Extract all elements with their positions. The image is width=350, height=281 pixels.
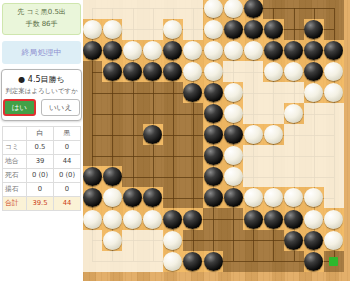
white-territory-point[interactable]: [223, 61, 243, 82]
white-territory-point[interactable]: [284, 166, 304, 187]
yes-button[interactable]: はい: [3, 99, 36, 116]
black-stone[interactable]: [244, 210, 263, 229]
white-territory-point[interactable]: [102, 251, 122, 272]
black-stone[interactable]: [224, 188, 243, 207]
score-header-row: 白黒: [3, 126, 81, 140]
black-stone[interactable]: [123, 62, 142, 81]
white-territory-point[interactable]: [122, 19, 142, 40]
white-stone[interactable]: [324, 210, 343, 229]
black-stone[interactable]: [284, 210, 303, 229]
white-territory-point[interactable]: [183, 19, 203, 40]
black-territory-point[interactable]: [223, 251, 243, 272]
white-stone[interactable]: [244, 41, 263, 60]
black-territory-point[interactable]: [183, 103, 203, 124]
white-stone[interactable]: [143, 41, 162, 60]
black-stone[interactable]: [204, 252, 223, 271]
black-territory-point[interactable]: [183, 187, 203, 208]
white-territory-point[interactable]: [263, 82, 283, 103]
score-row-地合: 地合3944: [3, 154, 81, 168]
black-stone[interactable]: [284, 41, 303, 60]
black-territory-point[interactable]: [163, 82, 183, 103]
white-stone[interactable]: [284, 62, 303, 81]
black-territory-point[interactable]: [163, 145, 183, 166]
black-territory-point[interactable]: [83, 82, 102, 103]
black-territory-point[interactable]: [284, 0, 304, 19]
black-stone[interactable]: [183, 252, 202, 271]
white-territory-point[interactable]: [143, 251, 163, 272]
black-territory-point[interactable]: [183, 166, 203, 187]
white-territory-point[interactable]: [284, 124, 304, 145]
black-territory-point[interactable]: [83, 124, 102, 145]
left-panel: 先 コミ黒0.5出 手数 86手 終局処理中 ● 4.5目勝ち 判定案はよろしい…: [0, 0, 83, 281]
black-territory-point[interactable]: [143, 103, 163, 124]
white-territory-point[interactable]: [183, 0, 203, 19]
white-territory-point[interactable]: [284, 145, 304, 166]
white-territory-point[interactable]: [263, 166, 283, 187]
black-territory-point[interactable]: [183, 230, 203, 251]
black-territory-point[interactable]: [83, 103, 102, 124]
white-territory-point[interactable]: [304, 103, 324, 124]
black-territory-point[interactable]: [183, 145, 203, 166]
black-territory-point[interactable]: [102, 145, 122, 166]
white-territory-point[interactable]: [83, 0, 102, 19]
black-territory-point[interactable]: [223, 208, 243, 229]
black-territory-point[interactable]: [284, 251, 304, 272]
black-stone[interactable]: [304, 20, 323, 39]
white-territory-point[interactable]: [122, 230, 142, 251]
black-territory-point[interactable]: [163, 103, 183, 124]
black-territory-point[interactable]: [324, 0, 344, 19]
endgame-status-label: 終局処理中: [22, 48, 62, 57]
black-territory-point[interactable]: [143, 145, 163, 166]
white-stone[interactable]: [204, 62, 223, 81]
black-territory-point[interactable]: [203, 230, 223, 251]
black-territory-point[interactable]: [143, 82, 163, 103]
score-black-value: 0: [54, 182, 81, 196]
white-stone[interactable]: [204, 20, 223, 39]
judgment-dialog: ● 4.5目勝ち 判定案はよろしいですか はい いいえ: [1, 69, 82, 121]
score-white-value: 39: [27, 154, 54, 168]
score-white-value: 39.5: [27, 196, 54, 210]
black-territory-point[interactable]: [284, 19, 304, 40]
black-stone[interactable]: [224, 20, 243, 39]
white-territory-point[interactable]: [83, 251, 102, 272]
white-stone[interactable]: [264, 62, 283, 81]
white-stone[interactable]: [83, 210, 102, 229]
black-territory-point[interactable]: [263, 230, 283, 251]
white-territory-point[interactable]: [163, 0, 183, 19]
black-territory-point[interactable]: [102, 124, 122, 145]
white-stone[interactable]: [224, 83, 243, 102]
result-line: ● 4.5目勝ち: [2, 74, 81, 85]
black-territory-point[interactable]: [102, 103, 122, 124]
black-stone[interactable]: [204, 83, 223, 102]
score-col-header: 白: [27, 126, 54, 140]
white-stone[interactable]: [103, 210, 122, 229]
white-territory-point[interactable]: [324, 124, 344, 145]
white-territory-point[interactable]: [243, 103, 263, 124]
black-stone[interactable]: [284, 231, 303, 250]
white-territory-point[interactable]: [243, 166, 263, 187]
black-stone[interactable]: [244, 20, 263, 39]
white-territory-point[interactable]: [143, 19, 163, 40]
endgame-status-button[interactable]: 終局処理中: [2, 41, 81, 64]
white-territory-point[interactable]: [102, 0, 122, 19]
score-table: 白黒コミ0.50地合3944死石0 (0)0 (0)揚石00合計39.544: [2, 126, 81, 211]
black-stone[interactable]: [264, 20, 283, 39]
score-row-label: 地合: [3, 154, 27, 168]
last-move-marker: [329, 257, 338, 266]
score-white-value: 0: [27, 182, 54, 196]
black-stone[interactable]: [264, 210, 283, 229]
score-white-value: 0 (0): [27, 168, 54, 182]
black-territory-point[interactable]: [143, 166, 163, 187]
white-stone[interactable]: [83, 20, 102, 39]
dialog-buttons: はい いいえ: [2, 99, 81, 116]
score-white-value: 0.5: [27, 140, 54, 154]
white-territory-point[interactable]: [243, 145, 263, 166]
white-territory-point[interactable]: [324, 103, 344, 124]
black-stone[interactable]: [103, 41, 122, 60]
score-corner: [3, 126, 27, 140]
black-stone[interactable]: [204, 188, 223, 207]
white-territory-point[interactable]: [263, 145, 283, 166]
white-stone[interactable]: [204, 41, 223, 60]
black-stone[interactable]: [103, 62, 122, 81]
go-board[interactable]: [83, 0, 350, 281]
white-stone[interactable]: [123, 41, 142, 60]
white-stone[interactable]: [163, 231, 182, 250]
black-stone[interactable]: [304, 231, 323, 250]
white-stone[interactable]: [224, 146, 243, 165]
black-stone[interactable]: [183, 210, 202, 229]
white-stone[interactable]: [103, 20, 122, 39]
white-stone[interactable]: [304, 210, 323, 229]
black-territory-point[interactable]: [263, 251, 283, 272]
black-stone[interactable]: [163, 210, 182, 229]
black-territory-point[interactable]: [163, 166, 183, 187]
black-territory-point[interactable]: [304, 0, 324, 19]
white-territory-point[interactable]: [143, 230, 163, 251]
result-text: 4.5目勝ち: [25, 75, 64, 84]
white-territory-point[interactable]: [122, 251, 142, 272]
white-territory-point[interactable]: [324, 145, 344, 166]
score-col-header: 黒: [54, 126, 81, 140]
move-count-label: 手数 86手: [4, 19, 79, 31]
game-info-box: 先 コミ黒0.5出 手数 86手: [2, 3, 81, 35]
score-black-value: 44: [54, 154, 81, 168]
score-black-value: 0 (0): [54, 168, 81, 182]
score-row-合計: 合計39.544: [3, 196, 81, 210]
black-territory-point[interactable]: [163, 124, 183, 145]
white-territory-point[interactable]: [122, 0, 142, 19]
black-territory-point[interactable]: [163, 187, 183, 208]
black-territory-point[interactable]: [243, 230, 263, 251]
white-stone[interactable]: [143, 210, 162, 229]
black-territory-point[interactable]: [263, 0, 283, 19]
white-territory-point[interactable]: [304, 166, 324, 187]
score-row-死石: 死石0 (0)0 (0): [3, 168, 81, 182]
white-stone[interactable]: [244, 125, 263, 144]
white-territory-point[interactable]: [243, 61, 263, 82]
black-territory-point[interactable]: [122, 103, 142, 124]
black-territory-point[interactable]: [183, 124, 203, 145]
white-stone[interactable]: [224, 0, 243, 18]
white-stone[interactable]: [103, 231, 122, 250]
white-stone[interactable]: [204, 0, 223, 18]
black-territory-point[interactable]: [243, 251, 263, 272]
score-row-label: コミ: [3, 140, 27, 154]
white-stone[interactable]: [224, 41, 243, 60]
black-stone[interactable]: [244, 0, 263, 18]
white-territory-point[interactable]: [83, 230, 102, 251]
black-stone[interactable]: [83, 41, 102, 60]
black-territory-point[interactable]: [122, 82, 142, 103]
black-territory-point[interactable]: [324, 19, 344, 40]
black-stone[interactable]: [264, 41, 283, 60]
white-territory-point[interactable]: [284, 82, 304, 103]
white-territory-point[interactable]: [143, 0, 163, 19]
score-row-コミ: コミ0.50: [3, 140, 81, 154]
black-stone[interactable]: [224, 125, 243, 144]
white-territory-point[interactable]: [263, 103, 283, 124]
black-territory-point[interactable]: [122, 145, 142, 166]
black-territory-point[interactable]: [122, 124, 142, 145]
score-black-value: 44: [54, 196, 81, 210]
handicap-komi-label: 先 コミ黒0.5出: [4, 7, 79, 19]
white-stone[interactable]: [224, 167, 243, 186]
black-territory-point[interactable]: [203, 208, 223, 229]
black-stone[interactable]: [204, 125, 223, 144]
white-territory-point[interactable]: [243, 82, 263, 103]
score-row-label: 死石: [3, 168, 27, 182]
black-territory-point[interactable]: [83, 61, 102, 82]
score-row-label: 合計: [3, 196, 27, 210]
black-stone[interactable]: [204, 104, 223, 123]
white-territory-point[interactable]: [304, 124, 324, 145]
white-territory-point[interactable]: [304, 145, 324, 166]
white-territory-point[interactable]: [324, 187, 344, 208]
white-territory-point[interactable]: [324, 166, 344, 187]
white-stone[interactable]: [324, 231, 343, 250]
no-button[interactable]: いいえ: [41, 99, 80, 116]
black-territory-point[interactable]: [83, 145, 102, 166]
black-stone[interactable]: [304, 252, 323, 271]
white-stone[interactable]: [224, 104, 243, 123]
score-row-label: 揚石: [3, 182, 27, 196]
black-stone[interactable]: [204, 167, 223, 186]
score-row-揚石: 揚石00: [3, 182, 81, 196]
white-stone[interactable]: [163, 252, 182, 271]
black-territory-point[interactable]: [122, 166, 142, 187]
judgment-question: 判定案はよろしいですか: [2, 87, 81, 96]
white-stone[interactable]: [123, 210, 142, 229]
black-territory-point[interactable]: [223, 230, 243, 251]
black-stone[interactable]: [204, 146, 223, 165]
score-black-value: 0: [54, 140, 81, 154]
black-territory-point[interactable]: [102, 82, 122, 103]
